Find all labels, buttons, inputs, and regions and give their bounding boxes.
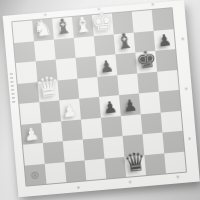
square-h3[interactable]: [161, 110, 183, 132]
square-g2[interactable]: [143, 133, 165, 155]
square-d5[interactable]: [77, 76, 99, 98]
corner-emblem-icon: ⊛: [28, 169, 41, 182]
square-d1[interactable]: [85, 158, 107, 180]
square-a8[interactable]: [12, 20, 34, 42]
square-c1[interactable]: [65, 160, 87, 182]
piece-white-queen-b5[interactable]: ♛: [38, 80, 60, 102]
square-g5[interactable]: [137, 71, 159, 93]
square-d6[interactable]: [76, 56, 98, 78]
square-g4[interactable]: [139, 92, 161, 114]
piece-white-knight-b8[interactable]: ♞: [32, 19, 54, 41]
piece-white-pawn-a3[interactable]: ♟: [21, 123, 43, 145]
square-d7[interactable]: [74, 36, 96, 58]
piece-black-king-g6[interactable]: ♚: [135, 51, 157, 73]
square-b1[interactable]: [45, 162, 67, 184]
square-h6[interactable]: [155, 49, 177, 71]
square-b7[interactable]: [34, 39, 56, 61]
black-king-glyph: ♚: [134, 47, 158, 73]
white-queen-glyph: ♛: [34, 72, 62, 102]
white-knight-glyph: ♞: [32, 16, 55, 41]
square-e3[interactable]: [101, 116, 123, 138]
black-pawn-glyph: ♟: [122, 97, 138, 115]
square-h8[interactable]: [152, 8, 174, 30]
board-photo: ♞♝♝♚♝♟♟♚♛♟♟♟♟♛ ⊛: [0, 0, 200, 200]
square-e2[interactable]: [103, 136, 125, 158]
black-bishop-glyph: ♝: [114, 30, 136, 53]
square-b2[interactable]: [43, 141, 65, 163]
chess-board[interactable]: ♞♝♝♚♝♟♟♚♛♟♟♟♟♛: [11, 7, 187, 186]
black-pawn-glyph: ♟: [102, 99, 118, 117]
square-e5[interactable]: [97, 75, 119, 97]
black-pawn-glyph: ♟: [98, 58, 114, 76]
square-a7[interactable]: [14, 41, 36, 63]
border-coordinate-marks: [3, 16, 4, 17]
square-h1[interactable]: [164, 151, 186, 173]
square-b4[interactable]: [39, 100, 61, 122]
white-pawn-glyph: ♟: [61, 101, 78, 120]
square-g3[interactable]: [141, 112, 163, 134]
square-b3[interactable]: [41, 121, 63, 143]
black-pawn-glyph: ♟: [156, 32, 172, 50]
square-h5[interactable]: [157, 70, 179, 92]
border-text-marks: [10, 73, 15, 103]
black-bishop-glyph: ♝: [52, 15, 74, 38]
square-a4[interactable]: [19, 102, 41, 124]
square-c7[interactable]: [54, 37, 76, 59]
square-d4[interactable]: [79, 97, 101, 119]
square-c2[interactable]: [63, 139, 85, 161]
piece-black-bishop-c8[interactable]: ♝: [52, 17, 74, 39]
board-sheet: ♞♝♝♚♝♟♟♚♛♟♟♟♟♛ ⊛: [3, 0, 200, 197]
piece-black-pawn-h7[interactable]: ♟: [153, 29, 175, 51]
piece-white-pawn-c4[interactable]: ♟: [59, 99, 81, 121]
square-g8[interactable]: [132, 10, 154, 32]
square-f5[interactable]: [117, 73, 139, 95]
square-d3[interactable]: [81, 117, 103, 139]
white-king-glyph: ♚: [90, 7, 116, 35]
piece-black-pawn-f4[interactable]: ♟: [119, 93, 141, 115]
piece-black-pawn-e4[interactable]: ♟: [99, 95, 121, 117]
square-a2[interactable]: [23, 143, 45, 165]
square-f3[interactable]: [121, 114, 143, 136]
square-f6[interactable]: [115, 53, 137, 75]
black-queen-glyph: ♛: [122, 149, 148, 177]
white-pawn-glyph: ♟: [23, 125, 40, 144]
piece-black-pawn-e6[interactable]: ♟: [96, 54, 118, 76]
square-h2[interactable]: [162, 131, 184, 153]
piece-black-bishop-f7[interactable]: ♝: [114, 32, 136, 54]
square-d2[interactable]: [83, 138, 105, 160]
piece-black-queen-f1[interactable]: ♛: [124, 155, 146, 177]
piece-white-king-e8[interactable]: ♚: [92, 13, 114, 35]
square-c3[interactable]: [61, 119, 83, 141]
square-h4[interactable]: [159, 90, 181, 112]
